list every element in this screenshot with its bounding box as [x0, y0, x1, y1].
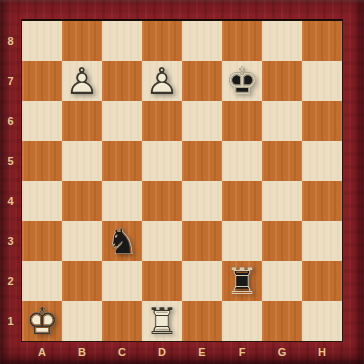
square-b7[interactable]: ♟♙ — [62, 61, 102, 101]
file-label-a: A — [22, 342, 62, 364]
square-d1[interactable]: ♜♖ — [142, 301, 182, 341]
square-e5[interactable] — [182, 141, 222, 181]
square-g5[interactable] — [262, 141, 302, 181]
black-knight-outline: ♘ — [102, 221, 142, 261]
chess-diagram: ♟♙♟♙♚♔♞♘♜♖♚♔♜♖ 87654321 ABCDEFGH — [0, 0, 364, 364]
file-label-d: D — [142, 342, 182, 364]
square-g3[interactable] — [262, 221, 302, 261]
file-label-h: H — [302, 342, 342, 364]
square-f5[interactable] — [222, 141, 262, 181]
square-c5[interactable] — [102, 141, 142, 181]
square-d7[interactable]: ♟♙ — [142, 61, 182, 101]
square-b1[interactable] — [62, 301, 102, 341]
square-f2[interactable]: ♜♖ — [222, 261, 262, 301]
square-d4[interactable] — [142, 181, 182, 221]
square-c1[interactable] — [102, 301, 142, 341]
white-pawn[interactable]: ♟♙ — [142, 61, 182, 101]
square-e3[interactable] — [182, 221, 222, 261]
square-b6[interactable] — [62, 101, 102, 141]
square-a3[interactable] — [22, 221, 62, 261]
white-rook[interactable]: ♜♖ — [142, 301, 182, 341]
square-f8[interactable] — [222, 21, 262, 61]
square-g8[interactable] — [262, 21, 302, 61]
square-h4[interactable] — [302, 181, 342, 221]
square-a1[interactable]: ♚♔ — [22, 301, 62, 341]
square-g7[interactable] — [262, 61, 302, 101]
square-h5[interactable] — [302, 141, 342, 181]
square-h7[interactable] — [302, 61, 342, 101]
file-label-g: G — [262, 342, 302, 364]
square-d5[interactable] — [142, 141, 182, 181]
square-e4[interactable] — [182, 181, 222, 221]
black-rook[interactable]: ♜♖ — [222, 261, 262, 301]
white-pawn[interactable]: ♟♙ — [62, 61, 102, 101]
square-f3[interactable] — [222, 221, 262, 261]
file-label-c: C — [102, 342, 142, 364]
square-f6[interactable] — [222, 101, 262, 141]
file-label-e: E — [182, 342, 222, 364]
square-c8[interactable] — [102, 21, 142, 61]
square-b8[interactable] — [62, 21, 102, 61]
square-a5[interactable] — [22, 141, 62, 181]
black-king-outline: ♔ — [222, 61, 262, 101]
square-h1[interactable] — [302, 301, 342, 341]
square-a7[interactable] — [22, 61, 62, 101]
square-f7[interactable]: ♚♔ — [222, 61, 262, 101]
square-c7[interactable] — [102, 61, 142, 101]
square-g2[interactable] — [262, 261, 302, 301]
white-king[interactable]: ♚♔ — [22, 301, 62, 341]
square-g1[interactable] — [262, 301, 302, 341]
square-b5[interactable] — [62, 141, 102, 181]
square-h2[interactable] — [302, 261, 342, 301]
black-knight[interactable]: ♞♘ — [102, 221, 142, 261]
square-d6[interactable] — [142, 101, 182, 141]
square-b4[interactable] — [62, 181, 102, 221]
square-h6[interactable] — [302, 101, 342, 141]
square-d2[interactable] — [142, 261, 182, 301]
rank-label-5: 5 — [0, 141, 21, 181]
rank-label-1: 1 — [0, 301, 21, 341]
square-c4[interactable] — [102, 181, 142, 221]
rank-label-2: 2 — [0, 261, 21, 301]
square-f1[interactable] — [222, 301, 262, 341]
square-c3[interactable]: ♞♘ — [102, 221, 142, 261]
rank-label-7: 7 — [0, 61, 21, 101]
rank-labels: 87654321 — [0, 21, 21, 341]
rank-label-8: 8 — [0, 21, 21, 61]
square-d3[interactable] — [142, 221, 182, 261]
square-a6[interactable] — [22, 101, 62, 141]
rank-label-4: 4 — [0, 181, 21, 221]
white-pawn-outline: ♙ — [142, 61, 182, 101]
rank-label-6: 6 — [0, 101, 21, 141]
square-a2[interactable] — [22, 261, 62, 301]
file-labels: ABCDEFGH — [22, 342, 342, 364]
white-rook-outline: ♖ — [142, 301, 182, 341]
square-e7[interactable] — [182, 61, 222, 101]
square-e8[interactable] — [182, 21, 222, 61]
square-b3[interactable] — [62, 221, 102, 261]
black-king[interactable]: ♚♔ — [222, 61, 262, 101]
square-g6[interactable] — [262, 101, 302, 141]
white-pawn-outline: ♙ — [62, 61, 102, 101]
file-label-b: B — [62, 342, 102, 364]
square-e1[interactable] — [182, 301, 222, 341]
chess-board: ♟♙♟♙♚♔♞♘♜♖♚♔♜♖ — [21, 19, 343, 342]
square-h8[interactable] — [302, 21, 342, 61]
square-c2[interactable] — [102, 261, 142, 301]
square-e2[interactable] — [182, 261, 222, 301]
square-g4[interactable] — [262, 181, 302, 221]
file-label-f: F — [222, 342, 262, 364]
square-f4[interactable] — [222, 181, 262, 221]
rank-label-3: 3 — [0, 221, 21, 261]
square-e6[interactable] — [182, 101, 222, 141]
white-king-outline: ♔ — [22, 301, 62, 341]
square-a4[interactable] — [22, 181, 62, 221]
square-h3[interactable] — [302, 221, 342, 261]
square-b2[interactable] — [62, 261, 102, 301]
square-a8[interactable] — [22, 21, 62, 61]
black-rook-outline: ♖ — [222, 261, 262, 301]
square-c6[interactable] — [102, 101, 142, 141]
square-d8[interactable] — [142, 21, 182, 61]
